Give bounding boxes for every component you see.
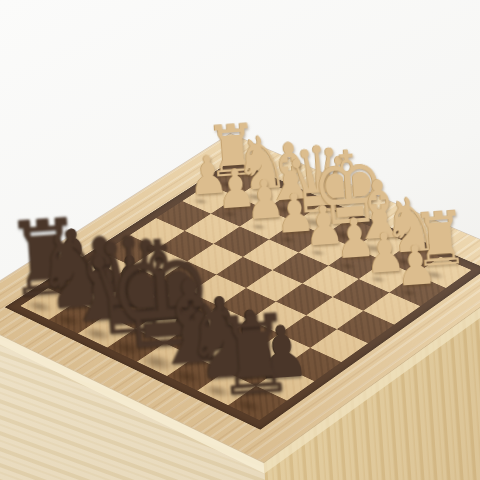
studio-photo-scene: ♜♞♝♛♚♝♞♜♟♟♟♟♟♟♟♟♟♟♟♟♟♟♟♟♜♞♝♛♚♝♞♜ <box>0 0 480 480</box>
piece-white-pawn[interactable]: ♟ <box>394 237 438 295</box>
piece-black-rook[interactable]: ♜ <box>211 299 297 412</box>
